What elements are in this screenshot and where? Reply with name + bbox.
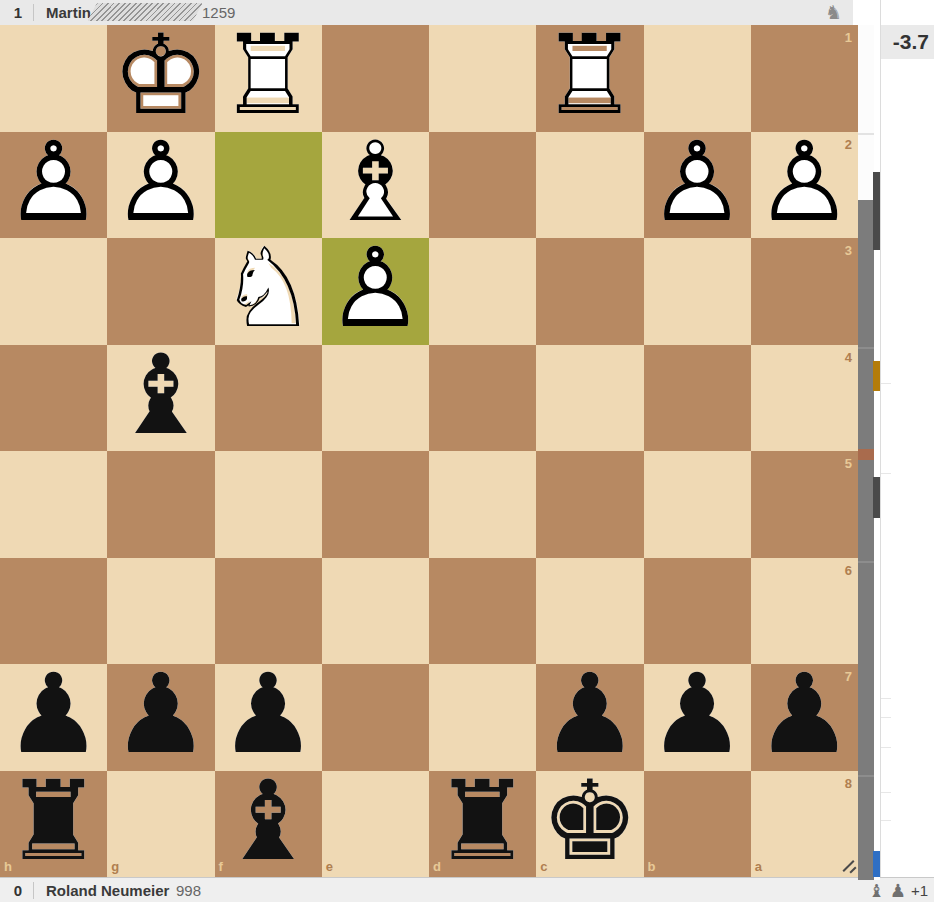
panel-tick xyxy=(881,747,891,748)
piece-glyph-outline: ♝ xyxy=(215,765,322,875)
piece-glyph-outline: ♟ xyxy=(751,659,858,769)
eval-bar-segment-9 xyxy=(873,477,880,518)
white-king-piece[interactable]: ♚♔ xyxy=(107,25,214,132)
black-pawn-piece[interactable]: ♟♟ xyxy=(0,664,107,771)
rank-label-8: 8 xyxy=(845,776,852,791)
square-h1[interactable] xyxy=(0,25,107,132)
square-b3[interactable] xyxy=(644,238,751,345)
material-points: +1 xyxy=(911,882,928,899)
square-f2[interactable] xyxy=(215,132,322,239)
rank-label-4: 4 xyxy=(845,350,852,365)
piece-glyph-outline: ♟ xyxy=(536,659,643,769)
piece-glyph-outline: ♔ xyxy=(107,20,214,130)
piece-glyph-outline: ♜ xyxy=(429,765,536,875)
top-player-name: Martin xyxy=(46,0,91,25)
black-rook-piece[interactable]: ♜♜ xyxy=(0,771,107,878)
square-a7[interactable]: 7♟♟ xyxy=(751,664,858,771)
square-e6[interactable] xyxy=(322,558,429,665)
square-g3[interactable] xyxy=(107,238,214,345)
knight-icon: ♞ xyxy=(825,0,842,25)
square-f3[interactable]: ♞♘ xyxy=(215,238,322,345)
square-a5[interactable]: 5 xyxy=(751,451,858,558)
square-c3[interactable] xyxy=(536,238,643,345)
captured-pawn-icon: ♟ xyxy=(890,882,906,900)
square-g5[interactable] xyxy=(107,451,214,558)
white-bishop-piece[interactable]: ♝♗ xyxy=(322,132,429,239)
piece-glyph-outline: ♙ xyxy=(322,233,429,343)
square-d8[interactable]: d♜♜ xyxy=(429,771,536,878)
square-c8[interactable]: c♚♚ xyxy=(536,771,643,878)
square-c6[interactable] xyxy=(536,558,643,665)
rank-label-7: 7 xyxy=(845,669,852,684)
square-g1[interactable]: ♚♔ xyxy=(107,25,214,132)
captured-bishop-icon: ♝ xyxy=(869,882,885,900)
square-f7[interactable]: ♟♟ xyxy=(215,664,322,771)
white-pawn-piece[interactable]: ♟♙ xyxy=(644,132,751,239)
piece-glyph-outline: ♟ xyxy=(107,659,214,769)
square-g8[interactable]: g xyxy=(107,771,214,878)
material-icons: ♝♟ xyxy=(869,882,906,900)
chess-board[interactable]: ♚♔♜♖♜♖1♟♙♟♙♝♗♟♙2♟♙♞♘♟♙3♝♝456♟♟♟♟♟♟♟♟♟♟7♟… xyxy=(0,25,858,877)
white-rook-piece[interactable]: ♜♖ xyxy=(536,25,643,132)
square-a1[interactable]: 1 xyxy=(751,25,858,132)
panel-tick xyxy=(881,792,891,793)
square-d4[interactable] xyxy=(429,345,536,452)
square-e2[interactable]: ♝♗ xyxy=(322,132,429,239)
white-pawn-piece[interactable]: ♟♙ xyxy=(107,132,214,239)
file-label-c: c xyxy=(540,859,547,874)
square-d3[interactable] xyxy=(429,238,536,345)
bottom-bar-divider xyxy=(33,882,34,899)
square-b2[interactable]: ♟♙ xyxy=(644,132,751,239)
square-g7[interactable]: ♟♟ xyxy=(107,664,214,771)
file-label-f: f xyxy=(219,859,223,874)
eval-bar-segment-3 xyxy=(858,347,874,349)
white-knight-piece[interactable]: ♞♘ xyxy=(215,238,322,345)
square-e1[interactable] xyxy=(322,25,429,132)
square-c1[interactable]: ♜♖ xyxy=(536,25,643,132)
rank-label-5: 5 xyxy=(845,456,852,471)
square-h3[interactable] xyxy=(0,238,107,345)
square-h7[interactable]: ♟♟ xyxy=(0,664,107,771)
eval-bar-segment-5 xyxy=(858,775,874,777)
square-e3[interactable]: ♟♙ xyxy=(322,238,429,345)
piece-glyph-outline: ♟ xyxy=(644,659,751,769)
piece-glyph-outline: ♗ xyxy=(322,126,429,236)
black-pawn-piece[interactable]: ♟♟ xyxy=(644,664,751,771)
black-king-piece[interactable]: ♚♚ xyxy=(536,771,643,878)
square-f5[interactable] xyxy=(215,451,322,558)
piece-glyph-outline: ♟ xyxy=(0,659,107,769)
resize-grip-icon[interactable] xyxy=(840,855,860,875)
square-f6[interactable] xyxy=(215,558,322,665)
square-e5[interactable] xyxy=(322,451,429,558)
square-h8[interactable]: h♜♜ xyxy=(0,771,107,878)
square-c7[interactable]: ♟♟ xyxy=(536,664,643,771)
file-label-a: a xyxy=(755,859,762,874)
piece-glyph-outline: ♖ xyxy=(536,20,643,130)
file-label-b: b xyxy=(648,859,656,874)
black-rook-piece[interactable]: ♜♜ xyxy=(429,771,536,878)
piece-glyph-outline: ♝ xyxy=(107,339,214,449)
panel-tick xyxy=(881,383,891,384)
file-label-g: g xyxy=(111,859,119,874)
square-a2[interactable]: 2♟♙ xyxy=(751,132,858,239)
rank-label-6: 6 xyxy=(845,563,852,578)
square-e4[interactable] xyxy=(322,345,429,452)
square-g6[interactable] xyxy=(107,558,214,665)
rank-label-3: 3 xyxy=(845,243,852,258)
square-d2[interactable] xyxy=(429,132,536,239)
square-a4[interactable]: 4 xyxy=(751,345,858,452)
square-d7[interactable] xyxy=(429,664,536,771)
square-g4[interactable]: ♝♝ xyxy=(107,345,214,452)
panel-tick xyxy=(881,820,891,821)
piece-glyph-outline: ♖ xyxy=(215,20,322,130)
eval-bar-segment-6 xyxy=(858,449,874,460)
square-a3[interactable]: 3 xyxy=(751,238,858,345)
eval-bar-segment-1 xyxy=(858,200,874,880)
square-b4[interactable] xyxy=(644,345,751,452)
file-label-h: h xyxy=(4,859,12,874)
square-b8[interactable]: b xyxy=(644,771,751,878)
engine-evaluation: -3.7 xyxy=(881,25,934,59)
piece-glyph-outline: ♙ xyxy=(0,126,107,236)
square-f4[interactable] xyxy=(215,345,322,452)
eval-history-bar[interactable] xyxy=(858,25,880,880)
top-bar-divider xyxy=(33,4,34,21)
square-d1[interactable] xyxy=(429,25,536,132)
black-bishop-piece[interactable]: ♝♝ xyxy=(107,345,214,452)
square-f8[interactable]: f♝♝ xyxy=(215,771,322,878)
piece-glyph-outline: ♙ xyxy=(107,126,214,236)
white-pawn-piece[interactable]: ♟♙ xyxy=(322,238,429,345)
material-advantage: ♝♟ +1 xyxy=(869,878,928,902)
top-player-score: 1 xyxy=(7,0,29,25)
eval-bar-segment-0 xyxy=(858,25,874,200)
bottom-player-rating: 998 xyxy=(176,878,201,902)
square-a6[interactable]: 6 xyxy=(751,558,858,665)
square-e8[interactable]: e xyxy=(322,771,429,878)
eval-bar-segment-8 xyxy=(873,361,880,391)
square-d6[interactable] xyxy=(429,558,536,665)
eval-bar-segment-10 xyxy=(873,851,880,877)
chess-app-window: 1 Martin 1259 ♞ ♚♔♜♖♜♖1♟♙♟♙♝♗♟♙2♟♙♞♘♟♙3♝… xyxy=(0,0,934,902)
panel-tick xyxy=(881,473,891,474)
square-b1[interactable] xyxy=(644,25,751,132)
piece-glyph-outline: ♜ xyxy=(0,765,107,875)
analysis-panel: -3.7 xyxy=(880,0,934,902)
square-b6[interactable] xyxy=(644,558,751,665)
file-label-d: d xyxy=(433,859,441,874)
file-label-e: e xyxy=(326,859,333,874)
panel-tick xyxy=(881,698,891,699)
eval-bar-segment-4 xyxy=(858,561,874,563)
square-d5[interactable] xyxy=(429,451,536,558)
square-h2[interactable]: ♟♙ xyxy=(0,132,107,239)
square-e7[interactable] xyxy=(322,664,429,771)
square-g2[interactable]: ♟♙ xyxy=(107,132,214,239)
square-h6[interactable] xyxy=(0,558,107,665)
black-pawn-piece[interactable]: ♟♟ xyxy=(751,664,858,771)
white-rook-piece[interactable]: ♜♖ xyxy=(215,25,322,132)
eval-bar-segment-7 xyxy=(873,172,880,250)
square-b7[interactable]: ♟♟ xyxy=(644,664,751,771)
piece-glyph-outline: ♘ xyxy=(215,233,322,343)
black-pawn-piece[interactable]: ♟♟ xyxy=(215,664,322,771)
square-h4[interactable] xyxy=(0,345,107,452)
square-c4[interactable] xyxy=(536,345,643,452)
white-pawn-piece[interactable]: ♟♙ xyxy=(751,132,858,239)
black-bishop-piece[interactable]: ♝♝ xyxy=(215,771,322,878)
rank-label-1: 1 xyxy=(845,30,852,45)
square-c2[interactable] xyxy=(536,132,643,239)
square-h5[interactable] xyxy=(0,451,107,558)
square-f1[interactable]: ♜♖ xyxy=(215,25,322,132)
black-pawn-piece[interactable]: ♟♟ xyxy=(107,664,214,771)
piece-glyph-outline: ♙ xyxy=(751,126,858,236)
panel-tick xyxy=(881,717,891,718)
square-b5[interactable] xyxy=(644,451,751,558)
rank-label-2: 2 xyxy=(845,137,852,152)
square-c5[interactable] xyxy=(536,451,643,558)
white-pawn-piece[interactable]: ♟♙ xyxy=(0,132,107,239)
black-pawn-piece[interactable]: ♟♟ xyxy=(536,664,643,771)
eval-bar-segment-2 xyxy=(858,133,874,135)
piece-glyph-outline: ♚ xyxy=(536,765,643,875)
piece-glyph-outline: ♙ xyxy=(644,126,751,236)
piece-glyph-outline: ♟ xyxy=(215,659,322,769)
